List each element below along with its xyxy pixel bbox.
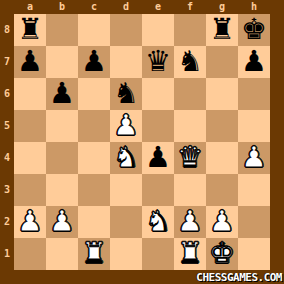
- chess-diagram: abcdefgh 87654321 ♜♜♚♟♟♛♞♟♟♞♟♞♟♛♟♟♟♞♟♟♜♜…: [0, 0, 284, 284]
- square-g1[interactable]: ♚: [206, 238, 238, 270]
- square-b6[interactable]: ♟: [46, 78, 78, 110]
- square-h7[interactable]: ♟: [238, 46, 270, 78]
- file-label-e: e: [142, 0, 174, 14]
- chess-board: ♜♜♚♟♟♛♞♟♟♞♟♞♟♛♟♟♟♞♟♟♜♜♚: [14, 14, 270, 270]
- square-c1[interactable]: ♜: [78, 238, 110, 270]
- square-a1[interactable]: [14, 238, 46, 270]
- square-b8[interactable]: [46, 14, 78, 46]
- square-c6[interactable]: [78, 78, 110, 110]
- black-pawn-b6: ♟: [46, 78, 78, 110]
- square-d5[interactable]: ♟: [110, 110, 142, 142]
- square-c2[interactable]: [78, 206, 110, 238]
- rank-labels: 87654321: [0, 14, 14, 270]
- square-c8[interactable]: [78, 14, 110, 46]
- white-rook-f1: ♜: [174, 238, 206, 270]
- black-knight-d6: ♞: [110, 78, 142, 110]
- square-a8[interactable]: ♜: [14, 14, 46, 46]
- square-c4[interactable]: [78, 142, 110, 174]
- square-f3[interactable]: [174, 174, 206, 206]
- square-g3[interactable]: [206, 174, 238, 206]
- square-d3[interactable]: [110, 174, 142, 206]
- square-d4[interactable]: ♞: [110, 142, 142, 174]
- square-h6[interactable]: [238, 78, 270, 110]
- square-c3[interactable]: [78, 174, 110, 206]
- square-g6[interactable]: [206, 78, 238, 110]
- square-a5[interactable]: [14, 110, 46, 142]
- rank-label-1: 1: [0, 238, 14, 270]
- square-h1[interactable]: [238, 238, 270, 270]
- square-d7[interactable]: [110, 46, 142, 78]
- file-label-d: d: [110, 0, 142, 14]
- square-b7[interactable]: [46, 46, 78, 78]
- file-label-f: f: [174, 0, 206, 14]
- square-c5[interactable]: [78, 110, 110, 142]
- white-pawn-g2: ♟: [206, 206, 238, 238]
- black-pawn-a7: ♟: [14, 46, 46, 78]
- black-king-h8: ♚: [238, 14, 270, 46]
- rank-label-2: 2: [0, 206, 14, 238]
- square-b5[interactable]: [46, 110, 78, 142]
- square-a7[interactable]: ♟: [14, 46, 46, 78]
- square-e7[interactable]: ♛: [142, 46, 174, 78]
- black-pawn-e4: ♟: [142, 142, 174, 174]
- square-e2[interactable]: ♞: [142, 206, 174, 238]
- chessgames-watermark: CHESSGAMES.COM: [196, 271, 282, 284]
- square-f1[interactable]: ♜: [174, 238, 206, 270]
- square-h4[interactable]: ♟: [238, 142, 270, 174]
- square-f8[interactable]: [174, 14, 206, 46]
- square-b4[interactable]: [46, 142, 78, 174]
- square-f4[interactable]: ♛: [174, 142, 206, 174]
- black-queen-e7: ♛: [142, 46, 174, 78]
- file-label-c: c: [78, 0, 110, 14]
- rank-label-7: 7: [0, 46, 14, 78]
- square-d2[interactable]: [110, 206, 142, 238]
- square-b2[interactable]: ♟: [46, 206, 78, 238]
- square-b3[interactable]: [46, 174, 78, 206]
- rank-label-5: 5: [0, 110, 14, 142]
- square-h2[interactable]: [238, 206, 270, 238]
- square-e4[interactable]: ♟: [142, 142, 174, 174]
- square-d1[interactable]: [110, 238, 142, 270]
- square-b1[interactable]: [46, 238, 78, 270]
- square-a3[interactable]: [14, 174, 46, 206]
- square-a6[interactable]: [14, 78, 46, 110]
- white-queen-f4: ♛: [174, 142, 206, 174]
- square-f5[interactable]: [174, 110, 206, 142]
- rank-label-3: 3: [0, 174, 14, 206]
- square-f6[interactable]: [174, 78, 206, 110]
- black-rook-a8: ♜: [14, 14, 46, 46]
- white-king-g1: ♚: [206, 238, 238, 270]
- rank-label-6: 6: [0, 78, 14, 110]
- white-pawn-d5: ♟: [110, 110, 142, 142]
- square-d6[interactable]: ♞: [110, 78, 142, 110]
- square-g8[interactable]: ♜: [206, 14, 238, 46]
- black-rook-g8: ♜: [206, 14, 238, 46]
- square-f7[interactable]: ♞: [174, 46, 206, 78]
- square-h3[interactable]: [238, 174, 270, 206]
- white-pawn-h4: ♟: [238, 142, 270, 174]
- black-knight-f7: ♞: [174, 46, 206, 78]
- file-label-b: b: [46, 0, 78, 14]
- square-e3[interactable]: [142, 174, 174, 206]
- black-pawn-h7: ♟: [238, 46, 270, 78]
- square-d8[interactable]: [110, 14, 142, 46]
- square-f2[interactable]: ♟: [174, 206, 206, 238]
- white-knight-e2: ♞: [142, 206, 174, 238]
- square-c7[interactable]: ♟: [78, 46, 110, 78]
- white-knight-d4: ♞: [110, 142, 142, 174]
- square-e5[interactable]: [142, 110, 174, 142]
- square-g2[interactable]: ♟: [206, 206, 238, 238]
- square-h8[interactable]: ♚: [238, 14, 270, 46]
- square-g7[interactable]: [206, 46, 238, 78]
- square-e6[interactable]: [142, 78, 174, 110]
- square-g4[interactable]: [206, 142, 238, 174]
- square-a2[interactable]: ♟: [14, 206, 46, 238]
- white-rook-c1: ♜: [78, 238, 110, 270]
- white-pawn-f2: ♟: [174, 206, 206, 238]
- square-e1[interactable]: [142, 238, 174, 270]
- square-h5[interactable]: [238, 110, 270, 142]
- square-g5[interactable]: [206, 110, 238, 142]
- rank-label-4: 4: [0, 142, 14, 174]
- white-pawn-a2: ♟: [14, 206, 46, 238]
- white-pawn-b2: ♟: [46, 206, 78, 238]
- square-e8[interactable]: [142, 14, 174, 46]
- square-a4[interactable]: [14, 142, 46, 174]
- black-pawn-c7: ♟: [78, 46, 110, 78]
- rank-label-8: 8: [0, 14, 14, 46]
